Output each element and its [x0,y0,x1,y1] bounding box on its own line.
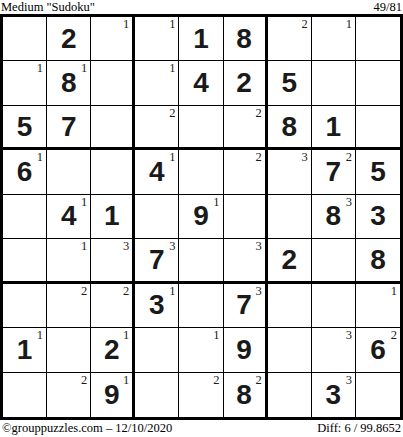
sudoku-grid: 2111821181142557228161412372541191833137… [0,14,403,420]
cell-r9c6[interactable]: 82 [224,373,268,417]
cell-r4c9[interactable]: 5 [356,150,400,194]
cell-value: 1 [91,195,132,238]
cell-r2c2[interactable]: 81 [47,61,91,105]
pencil-mark: 3 [169,239,175,253]
cell-value: 5 [356,150,400,193]
cell-r3c3[interactable] [91,106,135,150]
cell-r5c4[interactable] [135,195,179,239]
copyright-text: ©grouppuzzles.com – 12/10/2020 [2,421,172,436]
cell-r2c5[interactable]: 4 [179,61,223,105]
cell-r4c5[interactable] [179,150,223,194]
cell-r6c8[interactable] [312,239,356,283]
cell-r5c5[interactable]: 91 [179,195,223,239]
cell-r3c5[interactable] [179,106,223,150]
cell-value: 1 [312,106,355,147]
footer: ©grouppuzzles.com – 12/10/2020 Diff: 6 /… [0,420,403,437]
pencil-mark: 3 [346,195,352,209]
cell-r5c3[interactable]: 1 [91,195,135,239]
cell-value: 8 [224,17,265,60]
pencil-mark: 1 [123,328,129,342]
cell-r2c8[interactable] [312,61,356,105]
cell-r7c3[interactable]: 2 [91,284,135,328]
cell-r3c2[interactable]: 7 [47,106,91,150]
cell-r5c9[interactable]: 3 [356,195,400,239]
cell-value: 3 [356,195,400,238]
cell-r9c3[interactable]: 91 [91,373,135,417]
cell-r4c6[interactable]: 2 [224,150,268,194]
cell-r8c8[interactable]: 3 [312,328,356,372]
progress-counter: 49/81 [374,1,402,14]
cell-r8c3[interactable]: 21 [91,328,135,372]
cell-r6c2[interactable]: 1 [47,239,91,283]
pencil-mark: 2 [81,284,87,298]
pencil-mark: 1 [169,17,175,31]
cell-r8c4[interactable] [135,328,179,372]
cell-r6c6[interactable]: 3 [224,239,268,283]
cell-r1c6[interactable]: 8 [224,17,268,61]
cell-r2c9[interactable] [356,61,400,105]
cell-r6c1[interactable] [3,239,47,283]
pencil-mark: 1 [213,328,219,342]
cell-r1c9[interactable] [356,17,400,61]
pencil-mark: 3 [123,239,129,253]
pencil-mark: 2 [123,284,129,298]
cell-r5c6[interactable] [224,195,268,239]
cell-value: 1 [179,17,222,60]
cell-r5c8[interactable]: 83 [312,195,356,239]
cell-r7c7[interactable] [268,284,312,328]
pencil-mark: 1 [81,239,87,253]
cell-r1c4[interactable]: 1 [135,17,179,61]
cell-r9c9[interactable] [356,373,400,417]
cell-r1c2[interactable]: 2 [47,17,91,61]
difficulty-text: Diff: 6 / 99.8652 [317,421,401,436]
pencil-mark: 1 [81,195,87,209]
pencil-mark: 1 [346,17,352,31]
cell-r7c4[interactable]: 31 [135,284,179,328]
pencil-mark: 2 [81,373,87,387]
cell-r5c1[interactable] [3,195,47,239]
cell-r4c3[interactable] [91,150,135,194]
pencil-mark: 1 [37,150,43,164]
cell-value: 2 [47,17,90,60]
cell-value: 2 [268,239,311,280]
cell-r3c6[interactable]: 2 [224,106,268,150]
cell-r3c1[interactable]: 5 [3,106,47,150]
pencil-mark: 1 [169,150,175,164]
cell-r9c2[interactable]: 2 [47,373,91,417]
cell-r1c5[interactable]: 1 [179,17,223,61]
pencil-mark: 2 [346,150,352,164]
pencil-mark: 1 [169,61,175,75]
cell-r8c6[interactable]: 9 [224,328,268,372]
pencil-mark: 1 [123,373,129,387]
cell-value: 5 [268,61,311,104]
cell-r3c8[interactable]: 1 [312,106,356,150]
cell-value: 4 [179,61,222,104]
pencil-mark: 2 [255,106,261,120]
cell-r3c7[interactable]: 8 [268,106,312,150]
cell-r7c9[interactable]: 1 [356,284,400,328]
cell-r6c9[interactable]: 8 [356,239,400,283]
pencil-mark: 2 [302,17,308,31]
cell-r8c5[interactable]: 1 [179,328,223,372]
cell-r4c4[interactable]: 41 [135,150,179,194]
header: Medium "Sudoku" 49/81 [0,0,403,14]
pencil-mark: 2 [255,373,261,387]
cell-value: 7 [47,106,90,147]
cell-r5c2[interactable]: 41 [47,195,91,239]
cell-r6c7[interactable]: 2 [268,239,312,283]
cell-r6c3[interactable]: 3 [91,239,135,283]
cell-r3c4[interactable]: 2 [135,106,179,150]
pencil-mark: 1 [213,195,219,209]
pencil-mark: 2 [391,328,397,342]
pencil-mark: 2 [255,150,261,164]
cell-value [356,373,400,417]
cell-r7c2[interactable]: 2 [47,284,91,328]
pencil-mark: 1 [123,17,129,31]
cell-value: 5 [3,106,46,147]
cell-r7c5[interactable] [179,284,223,328]
pencil-mark: 3 [346,328,352,342]
cell-r9c8[interactable]: 33 [312,373,356,417]
cell-r2c1[interactable]: 1 [3,61,47,105]
cell-r2c4[interactable]: 1 [135,61,179,105]
cell-r7c8[interactable] [312,284,356,328]
cell-r1c8[interactable]: 1 [312,17,356,61]
cell-r1c3[interactable]: 1 [91,17,135,61]
cell-r1c1[interactable] [3,17,47,61]
pencil-mark: 2 [169,106,175,120]
cell-r9c5[interactable]: 2 [179,373,223,417]
pencil-mark: 1 [37,328,43,342]
pencil-mark: 3 [255,284,261,298]
sudoku-page: Medium "Sudoku" 49/81 211182118114255722… [0,0,403,437]
pencil-mark: 1 [391,284,397,298]
pencil-mark: 2 [213,373,219,387]
cell-value: 9 [224,328,265,371]
cell-r9c1[interactable] [3,373,47,417]
cell-r4c2[interactable] [47,150,91,194]
cell-r2c3[interactable] [91,61,135,105]
cell-r7c6[interactable]: 73 [224,284,268,328]
pencil-mark: 3 [255,239,261,253]
cell-r4c1[interactable]: 61 [3,150,47,194]
cell-r2c7[interactable]: 5 [268,61,312,105]
pencil-mark: 1 [81,61,87,75]
cell-value: 8 [268,106,311,147]
pencil-mark: 3 [346,373,352,387]
cell-r8c9[interactable]: 62 [356,328,400,372]
cell-r4c7[interactable]: 3 [268,150,312,194]
cell-r4c8[interactable]: 72 [312,150,356,194]
cell-r9c4[interactable] [135,373,179,417]
cell-r1c7[interactable]: 2 [268,17,312,61]
cell-r8c2[interactable] [47,328,91,372]
pencil-mark: 3 [302,150,308,164]
cell-r8c1[interactable]: 11 [3,328,47,372]
cell-value: 8 [356,239,400,280]
cell-r8c7[interactable] [268,328,312,372]
cell-r9c7[interactable] [268,373,312,417]
cell-r5c7[interactable] [268,195,312,239]
pencil-mark: 1 [169,284,175,298]
pencil-mark: 1 [37,61,43,75]
cell-r2c6[interactable]: 2 [224,61,268,105]
cell-r7c1[interactable] [3,284,47,328]
cell-r3c9[interactable] [356,106,400,150]
page-title: Medium "Sudoku" [1,1,95,14]
cell-value: 2 [224,61,265,104]
cell-r6c5[interactable] [179,239,223,283]
cell-r6c4[interactable]: 73 [135,239,179,283]
